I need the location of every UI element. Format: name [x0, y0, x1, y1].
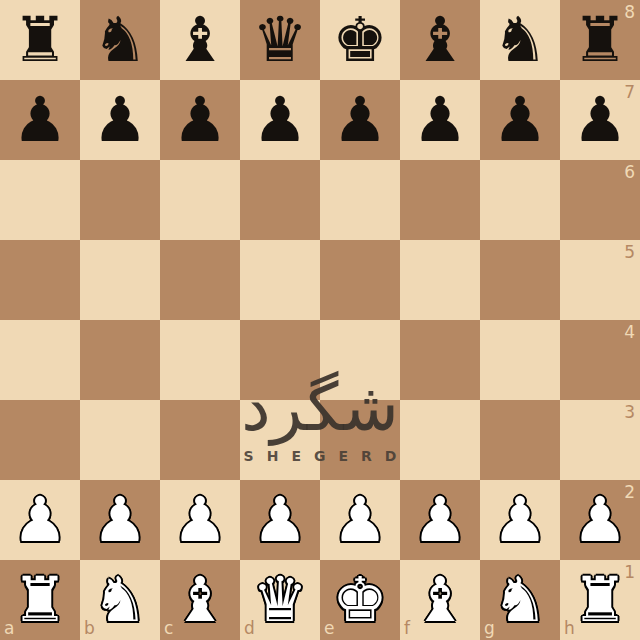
- square-d4[interactable]: [240, 320, 320, 400]
- square-f5[interactable]: [400, 240, 480, 320]
- square-a2[interactable]: ♟︎: [0, 480, 80, 560]
- piece-white-rook[interactable]: ♜︎: [572, 560, 628, 640]
- square-f8[interactable]: ♝︎: [400, 0, 480, 80]
- square-b3[interactable]: [80, 400, 160, 480]
- square-g6[interactable]: [480, 160, 560, 240]
- square-f6[interactable]: [400, 160, 480, 240]
- square-f7[interactable]: ♟︎: [400, 80, 480, 160]
- square-e6[interactable]: [320, 160, 400, 240]
- square-d8[interactable]: ♛︎: [240, 0, 320, 80]
- square-b4[interactable]: [80, 320, 160, 400]
- file-label-c: c: [164, 620, 173, 637]
- square-h5[interactable]: 5: [560, 240, 640, 320]
- square-g5[interactable]: [480, 240, 560, 320]
- square-b6[interactable]: [80, 160, 160, 240]
- piece-black-pawn[interactable]: ♟︎: [332, 80, 388, 160]
- piece-white-queen[interactable]: ♛︎: [252, 560, 308, 640]
- piece-white-pawn[interactable]: ♟︎: [412, 480, 468, 560]
- square-b5[interactable]: [80, 240, 160, 320]
- chess-board: ♜︎♞︎♝︎♛︎♚︎♝︎♞︎♜︎8♟︎♟︎♟︎♟︎♟︎♟︎♟︎♟︎76543♟︎…: [0, 0, 640, 640]
- rank-label-3: 3: [624, 404, 635, 421]
- file-label-e: e: [324, 620, 334, 637]
- square-h3[interactable]: 3: [560, 400, 640, 480]
- square-e7[interactable]: ♟︎: [320, 80, 400, 160]
- square-b2[interactable]: ♟︎: [80, 480, 160, 560]
- piece-white-pawn[interactable]: ♟︎: [92, 480, 148, 560]
- piece-black-king[interactable]: ♚︎: [332, 0, 388, 80]
- square-f2[interactable]: ♟︎: [400, 480, 480, 560]
- square-a1[interactable]: ♜︎a: [0, 560, 80, 640]
- square-d6[interactable]: [240, 160, 320, 240]
- piece-white-pawn[interactable]: ♟︎: [572, 480, 628, 560]
- rank-label-7: 7: [624, 84, 635, 101]
- square-a5[interactable]: [0, 240, 80, 320]
- square-h6[interactable]: 6: [560, 160, 640, 240]
- square-f1[interactable]: ♝︎f: [400, 560, 480, 640]
- file-label-b: b: [84, 620, 95, 637]
- file-label-f: f: [404, 620, 410, 637]
- square-c8[interactable]: ♝︎: [160, 0, 240, 80]
- square-g2[interactable]: ♟︎: [480, 480, 560, 560]
- square-b7[interactable]: ♟︎: [80, 80, 160, 160]
- piece-black-rook[interactable]: ♜︎: [12, 0, 68, 80]
- square-g7[interactable]: ♟︎: [480, 80, 560, 160]
- square-a6[interactable]: [0, 160, 80, 240]
- rank-label-4: 4: [624, 324, 635, 341]
- piece-white-pawn[interactable]: ♟︎: [332, 480, 388, 560]
- square-h1[interactable]: ♜︎1h: [560, 560, 640, 640]
- square-d7[interactable]: ♟︎: [240, 80, 320, 160]
- square-b1[interactable]: ♞︎b: [80, 560, 160, 640]
- square-d5[interactable]: [240, 240, 320, 320]
- piece-white-pawn[interactable]: ♟︎: [172, 480, 228, 560]
- square-c3[interactable]: [160, 400, 240, 480]
- piece-black-pawn[interactable]: ♟︎: [252, 80, 308, 160]
- square-c2[interactable]: ♟︎: [160, 480, 240, 560]
- square-g1[interactable]: ♞︎g: [480, 560, 560, 640]
- square-h4[interactable]: 4: [560, 320, 640, 400]
- piece-white-pawn[interactable]: ♟︎: [492, 480, 548, 560]
- square-a7[interactable]: ♟︎: [0, 80, 80, 160]
- rank-label-2: 2: [624, 484, 635, 501]
- file-label-a: a: [4, 620, 14, 637]
- piece-white-pawn[interactable]: ♟︎: [12, 480, 68, 560]
- piece-white-bishop[interactable]: ♝︎: [172, 560, 228, 640]
- square-c1[interactable]: ♝︎c: [160, 560, 240, 640]
- square-e4[interactable]: [320, 320, 400, 400]
- piece-white-knight[interactable]: ♞︎: [492, 560, 548, 640]
- square-f3[interactable]: [400, 400, 480, 480]
- square-e3[interactable]: [320, 400, 400, 480]
- piece-black-pawn[interactable]: ♟︎: [492, 80, 548, 160]
- piece-black-pawn[interactable]: ♟︎: [572, 80, 628, 160]
- rank-label-1: 1: [624, 564, 635, 581]
- piece-black-pawn[interactable]: ♟︎: [12, 80, 68, 160]
- square-e1[interactable]: ♚︎e: [320, 560, 400, 640]
- piece-white-bishop[interactable]: ♝︎: [412, 560, 468, 640]
- square-a3[interactable]: [0, 400, 80, 480]
- square-a8[interactable]: ♜︎: [0, 0, 80, 80]
- square-c4[interactable]: [160, 320, 240, 400]
- piece-black-bishop[interactable]: ♝︎: [172, 0, 228, 80]
- piece-black-queen[interactable]: ♛︎: [252, 0, 308, 80]
- square-e2[interactable]: ♟︎: [320, 480, 400, 560]
- square-g4[interactable]: [480, 320, 560, 400]
- piece-white-knight[interactable]: ♞︎: [92, 560, 148, 640]
- piece-black-knight[interactable]: ♞︎: [492, 0, 548, 80]
- file-label-g: g: [484, 620, 495, 637]
- file-label-h: h: [564, 620, 575, 637]
- piece-white-pawn[interactable]: ♟︎: [252, 480, 308, 560]
- piece-black-knight[interactable]: ♞︎: [92, 0, 148, 80]
- piece-black-pawn[interactable]: ♟︎: [412, 80, 468, 160]
- piece-white-king[interactable]: ♚︎: [332, 560, 388, 640]
- piece-black-bishop[interactable]: ♝︎: [412, 0, 468, 80]
- square-d3[interactable]: [240, 400, 320, 480]
- square-a4[interactable]: [0, 320, 80, 400]
- square-d2[interactable]: ♟︎: [240, 480, 320, 560]
- square-e5[interactable]: [320, 240, 400, 320]
- piece-black-rook[interactable]: ♜︎: [572, 0, 628, 80]
- rank-label-6: 6: [624, 164, 635, 181]
- rank-label-8: 8: [624, 4, 635, 21]
- square-h2[interactable]: ♟︎2: [560, 480, 640, 560]
- square-d1[interactable]: ♛︎d: [240, 560, 320, 640]
- square-c6[interactable]: [160, 160, 240, 240]
- piece-white-rook[interactable]: ♜︎: [12, 560, 68, 640]
- square-b8[interactable]: ♞︎: [80, 0, 160, 80]
- piece-black-pawn[interactable]: ♟︎: [172, 80, 228, 160]
- square-g3[interactable]: [480, 400, 560, 480]
- square-h7[interactable]: ♟︎7: [560, 80, 640, 160]
- square-c7[interactable]: ♟︎: [160, 80, 240, 160]
- square-e8[interactable]: ♚︎: [320, 0, 400, 80]
- square-c5[interactable]: [160, 240, 240, 320]
- file-label-d: d: [244, 620, 255, 637]
- rank-label-5: 5: [624, 244, 635, 261]
- piece-black-pawn[interactable]: ♟︎: [92, 80, 148, 160]
- square-f4[interactable]: [400, 320, 480, 400]
- square-g8[interactable]: ♞︎: [480, 0, 560, 80]
- square-h8[interactable]: ♜︎8: [560, 0, 640, 80]
